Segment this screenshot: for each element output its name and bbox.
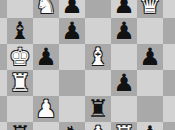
white-pawn[interactable]: ♟	[35, 96, 57, 122]
black-pawn[interactable]: ♟	[35, 44, 57, 70]
square-f2[interactable]: ♜	[111, 122, 137, 130]
square-b4[interactable]: ♜	[7, 70, 33, 96]
white-knight[interactable]: ♞	[35, 0, 57, 18]
square-d5[interactable]	[59, 44, 85, 70]
square-h3[interactable]	[163, 96, 175, 122]
black-pawn[interactable]: ♟	[61, 18, 83, 44]
square-h6[interactable]	[163, 18, 175, 44]
square-d7[interactable]: ♟	[59, 0, 85, 18]
black-pawn[interactable]: ♟	[61, 0, 83, 18]
square-b3[interactable]	[7, 96, 33, 122]
white-rook[interactable]: ♜	[9, 70, 31, 96]
square-a7[interactable]	[0, 0, 7, 18]
square-e7[interactable]	[85, 0, 111, 18]
square-b5[interactable]: ♚	[7, 44, 33, 70]
square-c7[interactable]: ♞	[33, 0, 59, 18]
square-c6[interactable]	[33, 18, 59, 44]
square-a4[interactable]	[0, 70, 7, 96]
black-pawn[interactable]: ♟	[113, 18, 135, 44]
square-c4[interactable]	[33, 70, 59, 96]
black-rook[interactable]: ♜	[9, 122, 31, 130]
square-g2[interactable]: ♝	[137, 122, 163, 130]
chessboard-viewport: ♞♟♟♛♝♟♟♚♟♝♟♜♟♟♜♜♞♟♜♝	[0, 0, 175, 130]
square-g7[interactable]: ♛	[137, 0, 163, 18]
square-g4[interactable]	[137, 70, 163, 96]
square-a2[interactable]	[0, 122, 7, 130]
square-b2[interactable]: ♜	[7, 122, 33, 130]
black-knight[interactable]: ♞	[61, 122, 83, 130]
square-c3[interactable]: ♟	[33, 96, 59, 122]
square-e5[interactable]: ♝	[85, 44, 111, 70]
chessboard: ♞♟♟♛♝♟♟♚♟♝♟♜♟♟♜♜♞♟♜♝	[0, 0, 175, 130]
square-d3[interactable]	[59, 96, 85, 122]
square-f5[interactable]	[111, 44, 137, 70]
square-f7[interactable]: ♟	[111, 0, 137, 18]
square-f6[interactable]: ♟	[111, 18, 137, 44]
square-c2[interactable]	[33, 122, 59, 130]
square-a3[interactable]	[0, 96, 7, 122]
square-a6[interactable]	[0, 18, 7, 44]
square-e6[interactable]	[85, 18, 111, 44]
square-b7[interactable]	[7, 0, 33, 18]
square-h7[interactable]	[163, 0, 175, 18]
square-a5[interactable]	[0, 44, 7, 70]
square-d6[interactable]: ♟	[59, 18, 85, 44]
white-rook[interactable]: ♜	[113, 122, 135, 130]
square-g5[interactable]: ♟	[137, 44, 163, 70]
square-d2[interactable]: ♞	[59, 122, 85, 130]
square-e3[interactable]: ♜	[85, 96, 111, 122]
black-pawn[interactable]: ♟	[113, 0, 135, 18]
black-bishop[interactable]: ♝	[139, 122, 161, 130]
square-g3[interactable]	[137, 96, 163, 122]
square-c5[interactable]: ♟	[33, 44, 59, 70]
square-h4[interactable]	[163, 70, 175, 96]
black-pawn[interactable]: ♟	[139, 44, 161, 70]
black-pawn[interactable]: ♟	[113, 70, 135, 96]
white-bishop[interactable]: ♝	[87, 44, 109, 70]
square-e2[interactable]: ♟	[85, 122, 111, 130]
square-h2[interactable]	[163, 122, 175, 130]
square-h5[interactable]	[163, 44, 175, 70]
square-e4[interactable]	[85, 70, 111, 96]
black-bishop[interactable]: ♝	[9, 18, 31, 44]
white-king[interactable]: ♚	[9, 44, 31, 70]
square-f4[interactable]: ♟	[111, 70, 137, 96]
white-queen[interactable]: ♛	[139, 0, 161, 18]
square-f3[interactable]	[111, 96, 137, 122]
square-g6[interactable]	[137, 18, 163, 44]
black-rook[interactable]: ♜	[87, 96, 109, 122]
square-d4[interactable]	[59, 70, 85, 96]
white-pawn[interactable]: ♟	[87, 122, 109, 130]
square-b6[interactable]: ♝	[7, 18, 33, 44]
